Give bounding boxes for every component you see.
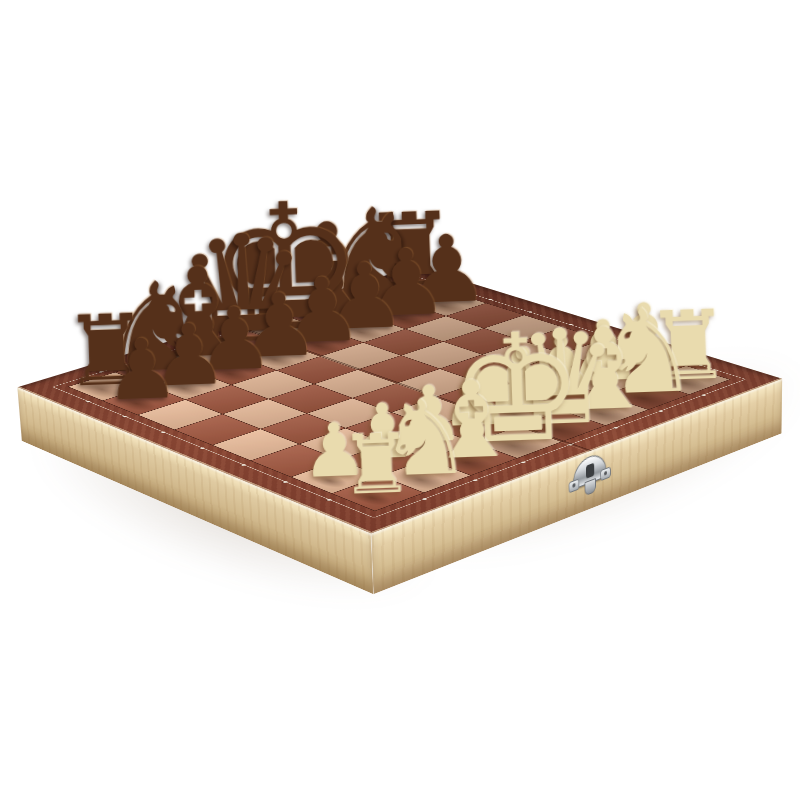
scene: ♜♞♝♛♚♝♞♜♟♟♟♟♟♟♟♟♟♟♟♟♟♟♟♟♜♞♝♚♛♝♞♜ (0, 0, 800, 800)
product-photo: ♜♞♝♛♚♝♞♜♟♟♟♟♟♟♟♟♟♟♟♟♟♟♟♟♜♞♝♚♛♝♞♜ (0, 0, 800, 800)
chess-box: ♜♞♝♛♚♝♞♜♟♟♟♟♟♟♟♟♟♟♟♟♟♟♟♟♜♞♝♚♛♝♞♜ (17, 266, 782, 533)
latch-hook (585, 478, 596, 496)
white-rook-icon: ♜ (339, 422, 415, 507)
black-pawn-icon: ♟ (104, 328, 181, 414)
